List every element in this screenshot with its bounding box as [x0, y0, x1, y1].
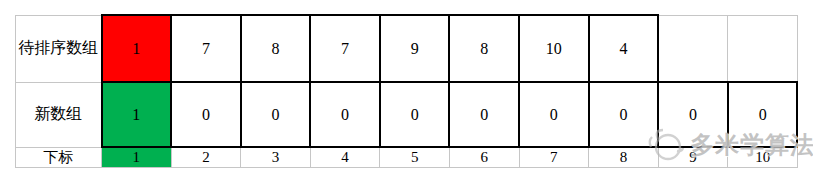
- sorting-visualization-canvas: 待排序数组 1 7 8 7 9 8 10 4 新数组 1 0 0 0 0 0 0: [0, 0, 813, 181]
- unsorted-cell-6: 8: [449, 15, 519, 82]
- row-index: 下标 1 2 3 4 5 6 7 8 9 10: [16, 147, 798, 167]
- index-cell-3: 3: [241, 147, 311, 167]
- row-unsorted-array: 待排序数组 1 7 8 7 9 8 10 4: [16, 15, 798, 82]
- unsorted-cell-7: 10: [519, 15, 589, 82]
- index-cell-6: 6: [449, 147, 519, 167]
- index-cell-9: 9: [658, 147, 728, 167]
- new-array-cell-6: 0: [449, 82, 519, 147]
- new-array-cell-3: 0: [241, 82, 311, 147]
- unsorted-cell-5: 9: [380, 15, 450, 82]
- unsorted-cell-9-empty: [658, 15, 728, 82]
- array-table: 待排序数组 1 7 8 7 9 8 10 4 新数组 1 0 0 0 0 0 0: [15, 14, 798, 168]
- index-cell-5: 5: [380, 147, 450, 167]
- new-array-cell-9: 0: [658, 82, 728, 147]
- index-cell-7: 7: [519, 147, 589, 167]
- unsorted-cell-2: 7: [171, 15, 241, 82]
- index-cell-8: 8: [589, 147, 659, 167]
- unsorted-cell-8: 4: [589, 15, 659, 82]
- row-label-unsorted-array: 待排序数组: [16, 15, 102, 82]
- new-array-cell-7: 0: [519, 82, 589, 147]
- unsorted-cell-10-empty: [728, 15, 798, 82]
- new-array-cell-4: 0: [310, 82, 380, 147]
- index-cell-1-highlight: 1: [102, 147, 172, 167]
- index-cell-4: 4: [310, 147, 380, 167]
- row-new-array: 新数组 1 0 0 0 0 0 0 0 0 0: [16, 82, 798, 147]
- unsorted-cell-3: 8: [241, 15, 311, 82]
- row-label-new-array: 新数组: [16, 82, 102, 147]
- index-cell-2: 2: [171, 147, 241, 167]
- new-array-cell-8: 0: [589, 82, 659, 147]
- new-array-cell-1-highlight: 1: [102, 82, 172, 147]
- row-label-index: 下标: [16, 147, 102, 167]
- new-array-cell-5: 0: [380, 82, 450, 147]
- new-array-cell-2: 0: [171, 82, 241, 147]
- new-array-cell-10: 0: [728, 82, 798, 147]
- unsorted-cell-1-highlight: 1: [102, 15, 172, 82]
- index-cell-10: 10: [728, 147, 798, 167]
- unsorted-cell-4: 7: [310, 15, 380, 82]
